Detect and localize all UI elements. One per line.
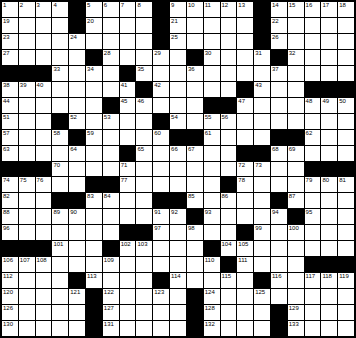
white-cell[interactable]: 121	[69, 289, 85, 304]
white-cell[interactable]: 88	[2, 209, 18, 224]
white-cell[interactable]	[338, 321, 354, 336]
white-cell[interactable]: 33	[52, 66, 68, 81]
white-cell[interactable]	[136, 289, 152, 304]
white-cell[interactable]: 77	[120, 177, 136, 192]
white-cell[interactable]	[221, 289, 237, 304]
white-cell[interactable]	[86, 146, 102, 161]
white-cell[interactable]	[271, 289, 287, 304]
white-cell[interactable]	[254, 193, 270, 208]
white-cell[interactable]: 105	[237, 241, 253, 256]
white-cell[interactable]	[120, 321, 136, 336]
white-cell[interactable]	[338, 225, 354, 240]
white-cell[interactable]	[237, 321, 253, 336]
white-cell[interactable]: 75	[19, 177, 35, 192]
white-cell[interactable]	[338, 209, 354, 224]
white-cell[interactable]: 60	[153, 130, 169, 145]
white-cell[interactable]	[136, 50, 152, 65]
white-cell[interactable]	[221, 66, 237, 81]
white-cell[interactable]	[170, 257, 186, 272]
white-cell[interactable]	[271, 241, 287, 256]
white-cell[interactable]	[52, 321, 68, 336]
white-cell[interactable]	[69, 66, 85, 81]
white-cell[interactable]	[254, 177, 270, 192]
white-cell[interactable]: 84	[103, 193, 119, 208]
white-cell[interactable]: 31	[254, 50, 270, 65]
white-cell[interactable]: 48	[305, 98, 321, 113]
white-cell[interactable]	[237, 34, 253, 49]
white-cell[interactable]: 83	[86, 193, 102, 208]
white-cell[interactable]	[153, 177, 169, 192]
white-cell[interactable]	[237, 209, 253, 224]
white-cell[interactable]	[120, 305, 136, 320]
white-cell[interactable]	[237, 273, 253, 288]
white-cell[interactable]: 54	[170, 114, 186, 129]
white-cell[interactable]: 3	[36, 2, 52, 17]
white-cell[interactable]	[170, 305, 186, 320]
white-cell[interactable]	[321, 130, 337, 145]
white-cell[interactable]	[120, 130, 136, 145]
white-cell[interactable]: 53	[103, 114, 119, 129]
white-cell[interactable]	[153, 241, 169, 256]
white-cell[interactable]	[136, 321, 152, 336]
white-cell[interactable]	[36, 209, 52, 224]
white-cell[interactable]	[338, 114, 354, 129]
white-cell[interactable]: 37	[271, 66, 287, 81]
white-cell[interactable]: 92	[170, 209, 186, 224]
white-cell[interactable]: 59	[86, 130, 102, 145]
white-cell[interactable]	[204, 273, 220, 288]
white-cell[interactable]: 56	[221, 114, 237, 129]
white-cell[interactable]	[305, 50, 321, 65]
white-cell[interactable]	[103, 273, 119, 288]
white-cell[interactable]: 58	[52, 130, 68, 145]
white-cell[interactable]	[237, 18, 253, 33]
white-cell[interactable]	[103, 130, 119, 145]
white-cell[interactable]	[170, 50, 186, 65]
white-cell[interactable]	[321, 34, 337, 49]
white-cell[interactable]	[36, 193, 52, 208]
white-cell[interactable]	[321, 66, 337, 81]
white-cell[interactable]	[305, 241, 321, 256]
white-cell[interactable]	[204, 162, 220, 177]
white-cell[interactable]	[52, 18, 68, 33]
white-cell[interactable]: 103	[136, 241, 152, 256]
white-cell[interactable]: 114	[170, 273, 186, 288]
white-cell[interactable]: 98	[187, 225, 203, 240]
white-cell[interactable]: 126	[2, 305, 18, 320]
white-cell[interactable]	[153, 66, 169, 81]
white-cell[interactable]	[321, 241, 337, 256]
white-cell[interactable]	[120, 289, 136, 304]
white-cell[interactable]: 113	[86, 273, 102, 288]
white-cell[interactable]: 115	[221, 273, 237, 288]
white-cell[interactable]	[254, 241, 270, 256]
white-cell[interactable]	[288, 98, 304, 113]
white-cell[interactable]	[19, 209, 35, 224]
white-cell[interactable]	[52, 34, 68, 49]
white-cell[interactable]	[221, 146, 237, 161]
white-cell[interactable]	[69, 50, 85, 65]
white-cell[interactable]: 71	[120, 162, 136, 177]
white-cell[interactable]: 70	[52, 162, 68, 177]
white-cell[interactable]: 90	[69, 209, 85, 224]
white-cell[interactable]	[321, 321, 337, 336]
white-cell[interactable]: 116	[271, 273, 287, 288]
white-cell[interactable]	[338, 34, 354, 49]
white-cell[interactable]: 12	[221, 2, 237, 17]
white-cell[interactable]: 7	[120, 2, 136, 17]
white-cell[interactable]	[36, 273, 52, 288]
white-cell[interactable]	[120, 50, 136, 65]
white-cell[interactable]	[136, 114, 152, 129]
white-cell[interactable]	[338, 146, 354, 161]
white-cell[interactable]: 132	[204, 321, 220, 336]
white-cell[interactable]: 10	[187, 2, 203, 17]
white-cell[interactable]	[338, 130, 354, 145]
white-cell[interactable]	[288, 162, 304, 177]
white-cell[interactable]	[204, 146, 220, 161]
white-cell[interactable]	[19, 18, 35, 33]
white-cell[interactable]	[136, 162, 152, 177]
white-cell[interactable]: 64	[69, 146, 85, 161]
white-cell[interactable]: 42	[153, 82, 169, 97]
white-cell[interactable]: 127	[103, 305, 119, 320]
white-cell[interactable]	[170, 321, 186, 336]
white-cell[interactable]	[305, 114, 321, 129]
white-cell[interactable]: 108	[36, 257, 52, 272]
white-cell[interactable]: 34	[86, 66, 102, 81]
white-cell[interactable]: 15	[288, 2, 304, 17]
white-cell[interactable]	[36, 225, 52, 240]
white-cell[interactable]	[204, 225, 220, 240]
white-cell[interactable]: 97	[153, 225, 169, 240]
white-cell[interactable]: 100	[288, 225, 304, 240]
white-cell[interactable]	[187, 177, 203, 192]
white-cell[interactable]	[120, 114, 136, 129]
white-cell[interactable]	[170, 241, 186, 256]
white-cell[interactable]: 122	[103, 289, 119, 304]
white-cell[interactable]: 117	[305, 273, 321, 288]
white-cell[interactable]: 4	[52, 2, 68, 17]
white-cell[interactable]	[36, 34, 52, 49]
white-cell[interactable]: 89	[52, 209, 68, 224]
white-cell[interactable]: 44	[2, 98, 18, 113]
white-cell[interactable]	[120, 257, 136, 272]
white-cell[interactable]: 118	[321, 273, 337, 288]
white-cell[interactable]	[69, 225, 85, 240]
white-cell[interactable]: 99	[254, 225, 270, 240]
white-cell[interactable]: 106	[2, 257, 18, 272]
white-cell[interactable]	[305, 225, 321, 240]
white-cell[interactable]	[321, 225, 337, 240]
white-cell[interactable]	[69, 257, 85, 272]
white-cell[interactable]	[170, 177, 186, 192]
white-cell[interactable]	[19, 273, 35, 288]
white-cell[interactable]	[170, 289, 186, 304]
white-cell[interactable]	[103, 34, 119, 49]
white-cell[interactable]: 18	[338, 2, 354, 17]
white-cell[interactable]	[254, 130, 270, 145]
white-cell[interactable]	[170, 82, 186, 97]
white-cell[interactable]: 6	[103, 2, 119, 17]
white-cell[interactable]	[288, 177, 304, 192]
white-cell[interactable]: 123	[153, 289, 169, 304]
white-cell[interactable]	[120, 209, 136, 224]
white-cell[interactable]	[305, 289, 321, 304]
white-cell[interactable]	[321, 193, 337, 208]
white-cell[interactable]: 120	[2, 289, 18, 304]
white-cell[interactable]	[136, 193, 152, 208]
white-cell[interactable]	[52, 305, 68, 320]
white-cell[interactable]	[170, 98, 186, 113]
white-cell[interactable]	[19, 98, 35, 113]
white-cell[interactable]	[187, 98, 203, 113]
white-cell[interactable]	[338, 66, 354, 81]
white-cell[interactable]	[305, 146, 321, 161]
white-cell[interactable]	[103, 146, 119, 161]
white-cell[interactable]	[19, 289, 35, 304]
white-cell[interactable]	[103, 162, 119, 177]
white-cell[interactable]: 43	[254, 82, 270, 97]
white-cell[interactable]: 79	[305, 177, 321, 192]
white-cell[interactable]	[288, 82, 304, 97]
white-cell[interactable]	[221, 209, 237, 224]
white-cell[interactable]	[187, 82, 203, 97]
white-cell[interactable]	[221, 225, 237, 240]
white-cell[interactable]: 129	[288, 305, 304, 320]
white-cell[interactable]: 94	[271, 209, 287, 224]
white-cell[interactable]	[103, 66, 119, 81]
white-cell[interactable]	[187, 273, 203, 288]
white-cell[interactable]: 8	[136, 2, 152, 17]
white-cell[interactable]	[52, 82, 68, 97]
white-cell[interactable]	[153, 305, 169, 320]
white-cell[interactable]	[187, 162, 203, 177]
white-cell[interactable]: 82	[2, 193, 18, 208]
white-cell[interactable]	[52, 177, 68, 192]
white-cell[interactable]: 9	[170, 2, 186, 17]
white-cell[interactable]: 36	[187, 66, 203, 81]
white-cell[interactable]	[288, 18, 304, 33]
white-cell[interactable]	[204, 193, 220, 208]
white-cell[interactable]: 76	[36, 177, 52, 192]
white-cell[interactable]: 78	[237, 177, 253, 192]
white-cell[interactable]	[52, 257, 68, 272]
white-cell[interactable]	[136, 273, 152, 288]
white-cell[interactable]: 51	[2, 114, 18, 129]
white-cell[interactable]	[136, 130, 152, 145]
white-cell[interactable]	[19, 114, 35, 129]
white-cell[interactable]	[254, 305, 270, 320]
white-cell[interactable]: 41	[120, 82, 136, 97]
white-cell[interactable]	[338, 193, 354, 208]
white-cell[interactable]: 62	[305, 130, 321, 145]
white-cell[interactable]: 125	[254, 289, 270, 304]
white-cell[interactable]	[338, 289, 354, 304]
white-cell[interactable]: 102	[120, 241, 136, 256]
white-cell[interactable]: 72	[237, 162, 253, 177]
white-cell[interactable]	[271, 98, 287, 113]
white-cell[interactable]: 87	[288, 193, 304, 208]
white-cell[interactable]	[19, 130, 35, 145]
white-cell[interactable]: 111	[237, 257, 253, 272]
white-cell[interactable]	[120, 18, 136, 33]
white-cell[interactable]	[288, 257, 304, 272]
white-cell[interactable]	[321, 305, 337, 320]
white-cell[interactable]	[86, 98, 102, 113]
white-cell[interactable]: 35	[136, 66, 152, 81]
white-cell[interactable]	[221, 321, 237, 336]
white-cell[interactable]: 85	[187, 193, 203, 208]
white-cell[interactable]: 130	[2, 321, 18, 336]
white-cell[interactable]	[254, 257, 270, 272]
white-cell[interactable]	[120, 193, 136, 208]
white-cell[interactable]: 81	[338, 177, 354, 192]
white-cell[interactable]: 13	[237, 2, 253, 17]
white-cell[interactable]	[153, 98, 169, 113]
white-cell[interactable]	[271, 162, 287, 177]
white-cell[interactable]	[204, 18, 220, 33]
white-cell[interactable]	[187, 114, 203, 129]
white-cell[interactable]: 52	[69, 114, 85, 129]
white-cell[interactable]	[288, 114, 304, 129]
white-cell[interactable]: 112	[2, 273, 18, 288]
white-cell[interactable]	[254, 114, 270, 129]
white-cell[interactable]	[204, 34, 220, 49]
white-cell[interactable]	[136, 18, 152, 33]
white-cell[interactable]	[19, 50, 35, 65]
white-cell[interactable]: 67	[187, 146, 203, 161]
white-cell[interactable]: 20	[86, 18, 102, 33]
white-cell[interactable]	[69, 162, 85, 177]
white-cell[interactable]: 5	[86, 2, 102, 17]
white-cell[interactable]: 55	[204, 114, 220, 129]
white-cell[interactable]	[305, 18, 321, 33]
white-cell[interactable]: 47	[237, 98, 253, 113]
white-cell[interactable]: 45	[120, 98, 136, 113]
white-cell[interactable]: 91	[153, 209, 169, 224]
white-cell[interactable]	[338, 305, 354, 320]
white-cell[interactable]: 46	[136, 98, 152, 113]
white-cell[interactable]	[271, 225, 287, 240]
white-cell[interactable]	[86, 241, 102, 256]
white-cell[interactable]	[52, 273, 68, 288]
white-cell[interactable]	[204, 66, 220, 81]
white-cell[interactable]	[271, 114, 287, 129]
white-cell[interactable]: 109	[103, 257, 119, 272]
white-cell[interactable]	[103, 225, 119, 240]
white-cell[interactable]	[221, 130, 237, 145]
white-cell[interactable]: 101	[52, 241, 68, 256]
white-cell[interactable]: 86	[221, 193, 237, 208]
white-cell[interactable]	[153, 257, 169, 272]
white-cell[interactable]: 21	[170, 18, 186, 33]
white-cell[interactable]: 38	[2, 82, 18, 97]
white-cell[interactable]: 74	[2, 177, 18, 192]
white-cell[interactable]	[271, 257, 287, 272]
white-cell[interactable]: 17	[321, 2, 337, 17]
white-cell[interactable]	[305, 321, 321, 336]
white-cell[interactable]: 11	[204, 2, 220, 17]
white-cell[interactable]	[288, 273, 304, 288]
white-cell[interactable]: 27	[2, 50, 18, 65]
white-cell[interactable]	[321, 18, 337, 33]
white-cell[interactable]	[136, 305, 152, 320]
white-cell[interactable]	[52, 98, 68, 113]
white-cell[interactable]	[36, 50, 52, 65]
white-cell[interactable]: 104	[221, 241, 237, 256]
white-cell[interactable]	[338, 18, 354, 33]
white-cell[interactable]	[36, 146, 52, 161]
white-cell[interactable]	[52, 50, 68, 65]
white-cell[interactable]	[237, 289, 253, 304]
white-cell[interactable]	[221, 82, 237, 97]
white-cell[interactable]	[86, 257, 102, 272]
white-cell[interactable]: 107	[19, 257, 35, 272]
white-cell[interactable]	[136, 34, 152, 49]
white-cell[interactable]: 131	[103, 321, 119, 336]
white-cell[interactable]: 19	[2, 18, 18, 33]
white-cell[interactable]	[19, 225, 35, 240]
white-cell[interactable]	[288, 241, 304, 256]
white-cell[interactable]	[19, 305, 35, 320]
white-cell[interactable]	[204, 177, 220, 192]
white-cell[interactable]	[19, 34, 35, 49]
white-cell[interactable]	[271, 177, 287, 192]
white-cell[interactable]	[19, 193, 35, 208]
white-cell[interactable]: 28	[103, 50, 119, 65]
white-cell[interactable]	[254, 66, 270, 81]
white-cell[interactable]	[52, 225, 68, 240]
white-cell[interactable]: 63	[2, 146, 18, 161]
white-cell[interactable]	[69, 82, 85, 97]
white-cell[interactable]: 93	[204, 209, 220, 224]
white-cell[interactable]	[69, 321, 85, 336]
white-cell[interactable]	[305, 34, 321, 49]
white-cell[interactable]	[321, 146, 337, 161]
white-cell[interactable]	[86, 225, 102, 240]
white-cell[interactable]	[86, 209, 102, 224]
white-cell[interactable]	[69, 177, 85, 192]
white-cell[interactable]	[103, 82, 119, 97]
white-cell[interactable]: 22	[271, 18, 287, 33]
white-cell[interactable]	[338, 50, 354, 65]
white-cell[interactable]	[254, 321, 270, 336]
white-cell[interactable]	[288, 289, 304, 304]
white-cell[interactable]	[221, 305, 237, 320]
white-cell[interactable]: 80	[321, 177, 337, 192]
white-cell[interactable]: 68	[271, 146, 287, 161]
white-cell[interactable]	[321, 50, 337, 65]
white-cell[interactable]: 65	[136, 146, 152, 161]
white-cell[interactable]	[305, 305, 321, 320]
white-cell[interactable]: 128	[204, 305, 220, 320]
white-cell[interactable]	[237, 305, 253, 320]
white-cell[interactable]: 40	[36, 82, 52, 97]
white-cell[interactable]	[170, 162, 186, 177]
white-cell[interactable]: 25	[170, 34, 186, 49]
white-cell[interactable]	[136, 209, 152, 224]
white-cell[interactable]	[254, 98, 270, 113]
white-cell[interactable]	[288, 34, 304, 49]
white-cell[interactable]: 49	[321, 98, 337, 113]
white-cell[interactable]	[36, 130, 52, 145]
white-cell[interactable]	[237, 193, 253, 208]
white-cell[interactable]: 57	[2, 130, 18, 145]
white-cell[interactable]	[36, 98, 52, 113]
white-cell[interactable]: 2	[19, 2, 35, 17]
white-cell[interactable]	[221, 162, 237, 177]
